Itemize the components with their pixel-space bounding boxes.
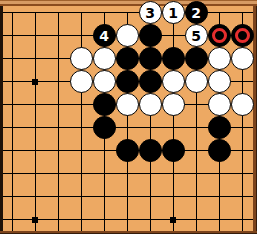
board-frame-bottom (0, 231, 257, 234)
move-stone-4: 4 (93, 24, 116, 47)
stone-black (116, 70, 139, 93)
move-stone-3: 3 (139, 1, 162, 24)
grid-line-h (3, 12, 253, 13)
stone-black (139, 24, 162, 47)
board-frame-left (0, 6, 3, 231)
star-point (32, 217, 38, 223)
stone-black (139, 70, 162, 93)
grid-line-v (81, 12, 82, 231)
board-frame-right (253, 6, 257, 231)
stone-black (93, 116, 116, 139)
stone-white (116, 24, 139, 47)
stone-black (208, 139, 231, 162)
grid-line-h (3, 173, 253, 174)
marked-stone-black (231, 24, 254, 47)
star-point (32, 79, 38, 85)
stone-black (162, 139, 185, 162)
stone-white (162, 70, 185, 93)
stone-white (139, 93, 162, 116)
grid-line-v (173, 12, 174, 231)
stone-white (70, 47, 93, 70)
stone-white (208, 47, 231, 70)
stone-white (208, 93, 231, 116)
grid-line-h (3, 219, 253, 220)
star-point (170, 217, 176, 223)
stone-black (185, 47, 208, 70)
stone-black (208, 116, 231, 139)
stone-black (162, 47, 185, 70)
stone-black (116, 47, 139, 70)
stone-black (139, 47, 162, 70)
stone-white (116, 93, 139, 116)
board-frame-top (0, 0, 257, 6)
stone-black (93, 93, 116, 116)
move-stone-5: 5 (185, 24, 208, 47)
move-stone-1: 1 (162, 1, 185, 24)
stone-black (139, 139, 162, 162)
go-board[interactable]: 31245 (0, 0, 257, 234)
grid-line-v (12, 12, 13, 231)
stone-white (231, 93, 254, 116)
red-circle-mark (235, 28, 250, 43)
grid-line-h (3, 196, 253, 197)
red-circle-mark (212, 28, 227, 43)
move-stone-2: 2 (185, 1, 208, 24)
stone-white (93, 70, 116, 93)
grid-line-v (35, 12, 36, 231)
stone-white (231, 47, 254, 70)
stone-white (208, 70, 231, 93)
stone-white (93, 47, 116, 70)
marked-stone-black (208, 24, 231, 47)
stone-white (70, 70, 93, 93)
stone-black (116, 139, 139, 162)
stone-white (162, 93, 185, 116)
grid-line-v (58, 12, 59, 231)
stone-white (185, 70, 208, 93)
